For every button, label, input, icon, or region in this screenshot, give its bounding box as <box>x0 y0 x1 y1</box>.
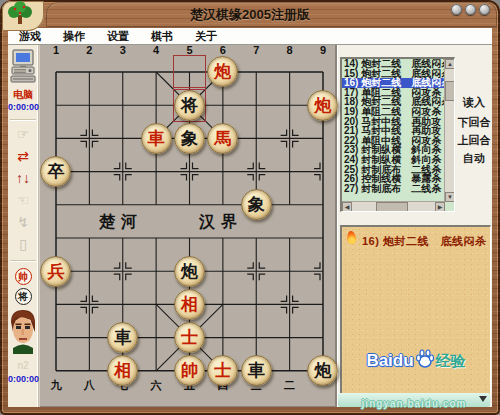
piece-red-士[interactable]: 士 <box>174 322 205 353</box>
watermark-strip: jingyan.baidu.com <box>338 393 490 407</box>
prev-round-button[interactable]: 上回合 <box>454 134 494 146</box>
window-title: 楚汉棋缘2005注册版 <box>0 6 500 24</box>
panel-buttons: 读入下回合上回合自动 <box>454 96 494 170</box>
minimize-button[interactable] <box>451 4 462 15</box>
sidebar-divider <box>10 260 36 262</box>
xiangqi-board: 123456789 九八七六五四三二一 楚河 汉界 炮将炮車象馬卒象兵炮相車士相… <box>39 44 336 407</box>
auto-button[interactable]: 自动 <box>454 152 494 164</box>
menu-chessbook[interactable]: 棋书 <box>140 29 184 44</box>
vertical-scrollbar[interactable]: ▲ ▼ <box>444 59 454 202</box>
sidebar-divider <box>10 119 36 121</box>
sidebar: 电脑 0:00:00 ☞⇄↑↓☜↯▯ 帅 将 <box>8 44 39 407</box>
last-move-marker <box>173 55 206 88</box>
swap-arrows-icon[interactable]: ⇄ <box>8 146 38 168</box>
piece-red-相[interactable]: 相 <box>107 355 138 386</box>
piece-red-炮[interactable]: 炮 <box>207 56 238 87</box>
watermark-url: jingyan.baidu.com <box>362 398 467 409</box>
bottom-player-label: n2 <box>8 360 38 371</box>
computer-icon <box>8 49 38 89</box>
piece-red-兵[interactable]: 兵 <box>40 256 71 287</box>
close-button[interactable] <box>479 4 490 15</box>
piece-black-将[interactable]: 将 <box>174 90 205 121</box>
flame-icon <box>346 230 357 244</box>
tool-column: ☞⇄↑↓☜↯▯ <box>8 124 38 256</box>
scroll-down-icon[interactable]: ▼ <box>445 192 455 202</box>
right-panel: 14) 炮封二线 底线闷杀15) 炮封二线 底线闷杀16) 炮封二线 底线闷杀1… <box>336 44 492 407</box>
menu-operate[interactable]: 操作 <box>52 29 96 44</box>
move-list[interactable]: 14) 炮封二线 底线闷杀15) 炮封二线 底线闷杀16) 炮封二线 底线闷杀1… <box>340 57 455 212</box>
watermark-suffix: 经验 <box>436 352 466 369</box>
black-general-button[interactable]: 将 <box>8 286 38 305</box>
hand-icon[interactable]: ☞ <box>8 124 38 146</box>
piece-black-炮[interactable]: 炮 <box>307 355 338 386</box>
piece-black-象[interactable]: 象 <box>174 123 205 154</box>
lightning-icon[interactable]: ↯ <box>8 212 38 234</box>
menu-settings[interactable]: 设置 <box>96 29 140 44</box>
board-grid: 炮将炮車象馬卒象兵炮相車士相帥士車炮 <box>39 55 339 387</box>
baidu-paw-icon <box>415 349 435 373</box>
red-general-button[interactable]: 帅 <box>8 266 38 285</box>
piece-black-卒[interactable]: 卒 <box>40 156 71 187</box>
player-avatar <box>8 308 38 358</box>
scroll-up-icon[interactable]: ▲ <box>445 59 455 69</box>
bottom-player-clock: 0:00:00 <box>8 374 38 384</box>
watermark-brand: Baidu <box>366 351 413 370</box>
piece-red-車[interactable]: 車 <box>141 123 172 154</box>
move-list-item[interactable]: 27) 封制底布 二线杀 <box>342 184 445 194</box>
app-window: 楚汉棋缘2005注册版 游戏 操作 设置 棋书 关于 <box>0 0 500 415</box>
horizontal-scroll-thumb[interactable] <box>376 202 408 212</box>
restore-button[interactable] <box>465 4 476 15</box>
piece-red-相[interactable]: 相 <box>174 289 205 320</box>
title-bar[interactable]: 楚汉棋缘2005注册版 <box>0 0 500 28</box>
piece-black-車[interactable]: 車 <box>241 355 272 386</box>
hand-two-icon[interactable]: ☜ <box>8 190 38 212</box>
piece-red-帥[interactable]: 帥 <box>174 355 205 386</box>
piece-red-士[interactable]: 士 <box>207 355 238 386</box>
scroll-right-icon[interactable]: ▶ <box>435 202 445 212</box>
piece-black-炮[interactable]: 炮 <box>174 256 205 287</box>
dropdown-arrow-icon[interactable] <box>479 396 487 402</box>
menu-about[interactable]: 关于 <box>184 29 228 44</box>
commentary-text: 16) 炮封二线 底线闷杀 <box>362 234 486 249</box>
up-down-arrows-icon[interactable]: ↑↓ <box>8 168 38 190</box>
baidu-watermark: Baidu经验 <box>342 349 490 373</box>
piece-red-炮[interactable]: 炮 <box>307 90 338 121</box>
menu-bar: 游戏 操作 设置 棋书 关于 <box>8 28 492 45</box>
piece-red-馬[interactable]: 馬 <box>207 123 238 154</box>
next-round-button[interactable]: 下回合 <box>454 116 494 128</box>
top-player-label: 电脑 <box>8 88 38 102</box>
commentary-panel: 16) 炮封二线 底线闷杀 Baidu经验 <box>340 225 491 396</box>
read-in-button[interactable]: 读入 <box>454 96 494 108</box>
page-icon[interactable]: ▯ <box>8 234 38 256</box>
piece-black-車[interactable]: 車 <box>107 322 138 353</box>
piece-black-象[interactable]: 象 <box>241 189 272 220</box>
top-player-clock: 0:00:00 <box>8 102 38 112</box>
scroll-left-icon[interactable]: ◀ <box>342 202 352 212</box>
horizontal-scrollbar[interactable]: ◀ ▶ <box>342 201 445 211</box>
